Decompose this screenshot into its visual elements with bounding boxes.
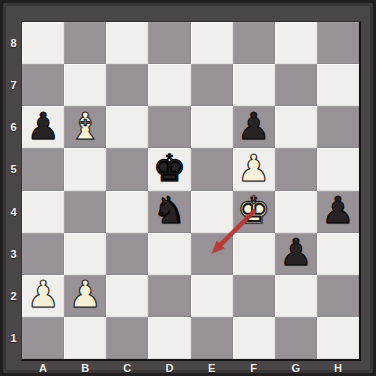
file-label-A: A	[22, 360, 64, 375]
square-d8[interactable]	[148, 22, 190, 64]
square-e7[interactable]	[191, 64, 233, 106]
square-d3[interactable]	[148, 233, 190, 275]
square-e3[interactable]	[191, 233, 233, 275]
file-label-G: G	[275, 360, 317, 375]
square-h6[interactable]	[317, 106, 359, 148]
square-d1[interactable]	[148, 317, 190, 359]
chess-board[interactable]: ♟♝♟♚♟♞♚♟♟♟♟	[21, 21, 361, 361]
piece-black-pawn[interactable]: ♟	[22, 106, 64, 148]
square-f2[interactable]	[233, 275, 275, 317]
square-c4[interactable]	[106, 191, 148, 233]
square-e8[interactable]	[191, 22, 233, 64]
square-b8[interactable]	[64, 22, 106, 64]
chess-diagram: 87654321 ♟♝♟♚♟♞♚♟♟♟♟ ABCDEFGH	[0, 0, 376, 376]
square-e1[interactable]	[191, 317, 233, 359]
square-a7[interactable]	[22, 64, 64, 106]
square-h2[interactable]	[317, 275, 359, 317]
square-b3[interactable]	[64, 233, 106, 275]
square-c1[interactable]	[106, 317, 148, 359]
square-g3[interactable]: ♟	[275, 233, 317, 275]
square-b5[interactable]	[64, 148, 106, 190]
square-d5[interactable]: ♚	[148, 148, 190, 190]
file-labels: ABCDEFGH	[22, 360, 359, 375]
rank-label-5: 5	[6, 148, 21, 190]
file-label-B: B	[64, 360, 106, 375]
square-f6[interactable]: ♟	[233, 106, 275, 148]
square-c5[interactable]	[106, 148, 148, 190]
square-h8[interactable]	[317, 22, 359, 64]
square-d7[interactable]	[148, 64, 190, 106]
square-d6[interactable]	[148, 106, 190, 148]
square-f7[interactable]	[233, 64, 275, 106]
square-b6[interactable]: ♝	[64, 106, 106, 148]
square-b2[interactable]: ♟	[64, 275, 106, 317]
file-label-C: C	[106, 360, 148, 375]
square-e6[interactable]	[191, 106, 233, 148]
square-a2[interactable]: ♟	[22, 275, 64, 317]
square-e5[interactable]	[191, 148, 233, 190]
square-f8[interactable]	[233, 22, 275, 64]
rank-label-7: 7	[6, 64, 21, 106]
rank-label-2: 2	[6, 275, 21, 317]
square-h3[interactable]	[317, 233, 359, 275]
piece-white-pawn[interactable]: ♟	[22, 275, 64, 317]
file-label-D: D	[148, 360, 190, 375]
square-c3[interactable]	[106, 233, 148, 275]
square-b7[interactable]	[64, 64, 106, 106]
square-a6[interactable]: ♟	[22, 106, 64, 148]
square-g4[interactable]	[275, 191, 317, 233]
square-e2[interactable]	[191, 275, 233, 317]
square-h7[interactable]	[317, 64, 359, 106]
piece-black-pawn[interactable]: ♟	[317, 191, 359, 233]
file-label-E: E	[191, 360, 233, 375]
square-h5[interactable]	[317, 148, 359, 190]
piece-white-pawn[interactable]: ♟	[64, 275, 106, 317]
square-h1[interactable]	[317, 317, 359, 359]
rank-label-1: 1	[6, 317, 21, 359]
square-b4[interactable]	[64, 191, 106, 233]
square-c7[interactable]	[106, 64, 148, 106]
square-e4[interactable]	[191, 191, 233, 233]
piece-black-king[interactable]: ♚	[148, 148, 190, 190]
square-c8[interactable]	[106, 22, 148, 64]
square-f1[interactable]	[233, 317, 275, 359]
square-a5[interactable]	[22, 148, 64, 190]
square-g5[interactable]	[275, 148, 317, 190]
square-f4[interactable]: ♚	[233, 191, 275, 233]
square-f5[interactable]: ♟	[233, 148, 275, 190]
rank-label-4: 4	[6, 191, 21, 233]
square-c6[interactable]	[106, 106, 148, 148]
square-c2[interactable]	[106, 275, 148, 317]
square-g7[interactable]	[275, 64, 317, 106]
file-label-H: H	[317, 360, 359, 375]
piece-white-king[interactable]: ♚	[233, 191, 275, 233]
piece-black-pawn[interactable]: ♟	[233, 106, 275, 148]
square-a3[interactable]	[22, 233, 64, 275]
piece-white-bishop[interactable]: ♝	[64, 106, 106, 148]
square-h4[interactable]: ♟	[317, 191, 359, 233]
square-a4[interactable]	[22, 191, 64, 233]
square-d4[interactable]: ♞	[148, 191, 190, 233]
rank-label-3: 3	[6, 233, 21, 275]
square-g1[interactable]	[275, 317, 317, 359]
file-label-F: F	[233, 360, 275, 375]
rank-label-8: 8	[6, 22, 21, 64]
rank-label-6: 6	[6, 106, 21, 148]
square-f3[interactable]	[233, 233, 275, 275]
square-a8[interactable]	[22, 22, 64, 64]
square-g6[interactable]	[275, 106, 317, 148]
piece-black-knight[interactable]: ♞	[148, 191, 190, 233]
rank-labels: 87654321	[6, 22, 21, 359]
square-g2[interactable]	[275, 275, 317, 317]
square-a1[interactable]	[22, 317, 64, 359]
piece-white-pawn[interactable]: ♟	[233, 148, 275, 190]
square-g8[interactable]	[275, 22, 317, 64]
square-d2[interactable]	[148, 275, 190, 317]
square-b1[interactable]	[64, 317, 106, 359]
piece-black-pawn[interactable]: ♟	[275, 233, 317, 275]
